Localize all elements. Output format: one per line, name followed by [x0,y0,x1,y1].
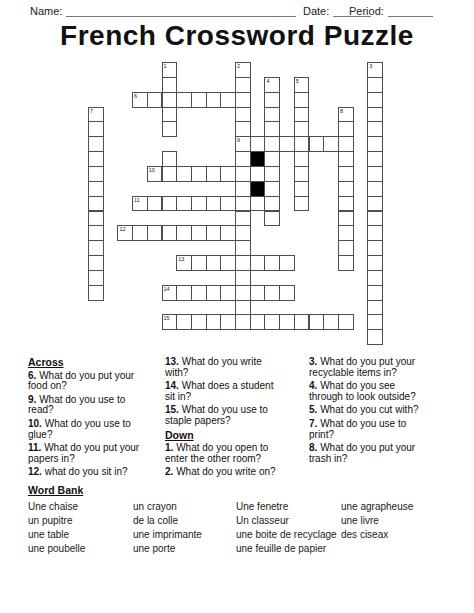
grid-cell[interactable] [88,211,104,227]
grid-cell[interactable] [294,181,310,197]
grid-cell[interactable] [191,166,207,182]
grid-cell[interactable]: 12 [117,225,133,241]
grid-cell[interactable] [176,196,192,212]
grid-cell[interactable] [220,196,236,212]
grid-cell[interactable] [294,151,310,167]
grid-cell[interactable] [88,240,104,256]
cell-number: 5 [296,78,299,84]
grid-cell[interactable] [206,166,222,182]
cell-number: 11 [134,197,140,203]
grid-cell[interactable] [235,255,251,271]
grid-cell[interactable] [264,314,280,330]
grid-cell[interactable] [264,121,280,137]
grid-cell[interactable]: 15 [162,314,178,330]
grid-cell[interactable] [367,181,383,197]
cell-number: 1 [164,63,167,69]
grid-cell[interactable] [264,151,280,167]
clue-number: 9. [28,394,39,405]
grid-cell[interactable] [176,225,192,241]
clue-item-11: 11. What do you put your papers in? [28,443,144,464]
clue-number: 3. [309,356,320,367]
grid-cell[interactable] [235,196,251,212]
grid-cell[interactable] [264,136,280,152]
clue-column-1: Across6. What do you put your food on?9.… [28,357,144,481]
grid-cell[interactable] [294,196,310,212]
clue-item-5: 5. What do you cut with? [309,405,431,416]
grid-cell[interactable]: 9 [235,136,251,152]
name-label: Name: [30,5,62,17]
grid-cell[interactable] [235,77,251,93]
grid-cell[interactable] [367,285,383,301]
grid-cell[interactable]: 8 [338,107,354,123]
grid-cell[interactable] [162,77,178,93]
word-bank-column-1: Une chaiseun pupitreune tableune poubell… [28,500,133,556]
clue-number: 14. [165,380,182,391]
clue-item-2: 2. What do you write on? [165,467,279,478]
grid-cell[interactable] [88,225,104,241]
grid-cell[interactable] [250,196,266,212]
grid-cell[interactable] [294,121,310,137]
clue-item-12: 12. what do you sit in? [28,467,144,478]
grid-cell[interactable] [279,285,295,301]
clue-column-3: 3. What do you put your recyclable items… [309,357,431,467]
grid-cell[interactable] [88,121,104,137]
grid-cell[interactable]: 1 [162,62,178,78]
grid-cell[interactable] [88,255,104,271]
grid-cell[interactable] [338,314,354,330]
grid-cell[interactable] [162,225,178,241]
crossword-grid: 123456789101112131415 [88,62,382,345]
grid-cell[interactable] [220,255,236,271]
grid-cell[interactable] [162,151,178,167]
clue-item-8: 8. What do you put your trash in? [309,443,431,464]
grid-cell[interactable] [191,285,207,301]
grid-cell[interactable]: 14 [162,285,178,301]
worksheet-page: Name: Date: Period: French Crossword Puz… [0,0,474,613]
word-bank-item: une imprimante [133,528,236,542]
clue-number: 11. [28,442,44,453]
grid-cell[interactable] [147,92,163,108]
word-bank-item: un crayon [133,500,236,514]
word-bank-item: une livre [341,514,471,528]
grid-cell[interactable] [294,166,310,182]
grid-cell[interactable] [250,314,266,330]
word-bank-item: des ciseax [341,528,471,542]
grid-cell[interactable] [235,107,251,123]
grid-cell[interactable] [220,225,236,241]
grid-cell[interactable] [162,166,178,182]
grid-cell[interactable] [279,314,295,330]
word-bank-item: Une fenetre [236,500,341,514]
grid-cell[interactable] [338,166,354,182]
clue-item-14: 14. What does a student sit in? [165,381,279,402]
grid-cell[interactable] [162,196,178,212]
grid-cell[interactable] [367,107,383,123]
clue-number: 6. [28,370,39,381]
clue-header-across: Across [28,357,144,368]
grid-cell[interactable] [235,151,251,167]
grid-cell[interactable] [220,285,236,301]
grid-cell[interactable] [264,211,280,227]
cell-number: 2 [237,63,240,69]
grid-cell[interactable] [309,136,325,152]
grid-cell[interactable]: 6 [132,92,148,108]
grid-cell[interactable] [235,92,251,108]
grid-cell[interactable] [367,166,383,182]
name-blank-line[interactable] [66,5,296,17]
grid-cell[interactable] [147,225,163,241]
grid-cell[interactable] [235,121,251,137]
word-bank-column-2: un crayonde la colleune imprimanteune po… [133,500,236,556]
grid-cell[interactable] [191,225,207,241]
clue-number: 13. [165,356,182,367]
grid-cell[interactable] [338,196,354,212]
grid-cell[interactable]: 5 [294,77,310,93]
grid-cell[interactable] [338,121,354,137]
cell-number: 15 [164,315,170,321]
grid-cell[interactable]: 3 [367,62,383,78]
grid-cell[interactable] [235,181,251,197]
clue-item-15: 15. What do you use to staple papers? [165,405,279,426]
grid-cell[interactable] [176,166,192,182]
grid-cell[interactable] [367,240,383,256]
word-bank-item: de la colle [133,514,236,528]
grid-cell[interactable] [206,255,222,271]
period-label: Period: [349,5,384,17]
cell-number: 13 [178,256,184,262]
grid-cell[interactable] [367,196,383,212]
clue-number: 15. [165,404,182,415]
grid-cell[interactable]: 7 [88,107,104,123]
grid-cell[interactable] [176,314,192,330]
word-bank-item: une boite de recyclage [236,528,341,542]
clue-number: 2. [165,466,176,477]
clue-item-3: 3. What do you put your recyclable items… [309,357,431,378]
cell-number: 3 [369,63,372,69]
grid-cell[interactable] [367,92,383,108]
grid-cell[interactable] [338,181,354,197]
grid-cell[interactable] [235,314,251,330]
grid-cell[interactable] [264,107,280,123]
grid-cell[interactable] [367,314,383,330]
grid-cell[interactable]: 11 [132,196,148,212]
grid-cell[interactable]: 13 [176,255,192,271]
grid-cell[interactable] [264,166,280,182]
grid-cell[interactable] [323,314,339,330]
clue-item-1: 1. What do you open to enter the other r… [165,443,279,464]
grid-cell[interactable] [338,240,354,256]
clue-number: 7. [309,418,320,429]
clue-column-2: 13. What do you write with?14. What does… [165,357,279,481]
word-bank-item: Un classeur [236,514,341,528]
grid-cell[interactable] [220,314,236,330]
grid-cell[interactable] [338,255,354,271]
date-label: Date: [303,5,329,17]
grid-cell[interactable]: 10 [147,166,163,182]
page-title: French Crossword Puzzle [0,20,474,52]
clue-number: 12. [28,466,45,477]
grid-cell[interactable] [279,255,295,271]
grid-cell[interactable] [88,166,104,182]
grid-cell[interactable] [206,196,222,212]
grid-cell[interactable] [176,285,192,301]
clue-number: 5. [309,404,320,415]
clue-item-6: 6. What do you put your food on? [28,371,144,392]
grid-cell[interactable] [250,255,266,271]
grid-cell[interactable] [162,121,178,137]
word-bank-item: une poubelle [28,542,133,556]
clue-item-9: 9. What do you use to read? [28,395,144,416]
grid-cell[interactable] [235,225,251,241]
grid-cell[interactable] [367,121,383,137]
grid-cell[interactable] [294,92,310,108]
clue-item-7: 7. What do you use to print? [309,419,431,440]
clue-item-13: 13. What do you write with? [165,357,279,378]
grid-cell[interactable] [235,300,251,316]
cell-number: 10 [149,167,155,173]
period-field: Period: [349,5,433,17]
grid-cell[interactable] [264,92,280,108]
grid-cell[interactable] [147,196,163,212]
cell-number: 4 [266,78,269,84]
grid-cell[interactable] [250,285,266,301]
grid-cell[interactable] [88,196,104,212]
grid-cell[interactable] [309,314,325,330]
grid-cell[interactable] [264,285,280,301]
grid-cell[interactable] [88,151,104,167]
clue-header-down: Down [165,430,279,441]
grid-cell[interactable] [88,136,104,152]
grid-cell[interactable] [264,255,280,271]
grid-cell[interactable] [191,255,207,271]
grid-cell[interactable] [250,166,266,182]
grid-cell[interactable] [279,136,295,152]
grid-cell[interactable] [191,196,207,212]
grid-cell[interactable] [338,211,354,227]
clue-number: 10. [28,418,45,429]
word-bank-item: une feuille de papier [236,542,341,556]
grid-cell[interactable] [191,314,207,330]
grid-cell[interactable] [367,77,383,93]
grid-cell[interactable] [162,92,178,108]
grid-cell[interactable] [88,181,104,197]
grid-cell[interactable]: 4 [264,77,280,93]
clue-number: 1. [165,442,176,453]
grid-cell-black [250,151,266,167]
grid-cell[interactable] [88,270,104,286]
grid-cell[interactable] [323,136,339,152]
grid-cell[interactable] [206,314,222,330]
grid-cell[interactable] [264,196,280,212]
grid-cell[interactable] [88,285,104,301]
grid-cell[interactable] [367,329,383,345]
grid-cell[interactable] [367,255,383,271]
cell-number: 14 [164,286,170,292]
period-blank-line[interactable] [388,5,433,17]
grid-cell[interactable] [191,92,207,108]
grid-cell-black [250,181,266,197]
grid-cell[interactable] [250,136,266,152]
grid-cell[interactable] [338,225,354,241]
cell-number: 12 [119,226,125,232]
word-bank: Une chaiseun pupitreune tableune poubell… [28,500,471,556]
word-bank-column-3: Une fenetreUn classeurune boite de recyc… [236,500,341,556]
clue-number: 8. [309,442,320,453]
grid-cell[interactable] [338,151,354,167]
grid-cell[interactable] [206,92,222,108]
grid-cell[interactable] [176,92,192,108]
grid-cell[interactable] [367,270,383,286]
cell-number: 9 [237,137,240,143]
word-bank-item: Une chaise [28,500,133,514]
grid-cell[interactable] [235,285,251,301]
cell-number: 8 [340,108,343,114]
grid-cell[interactable] [162,107,178,123]
grid-cell[interactable] [294,136,310,152]
word-bank-item: un pupitre [28,514,133,528]
grid-cell[interactable] [220,92,236,108]
name-field: Name: [30,5,296,17]
grid-cell[interactable] [367,300,383,316]
grid-cell[interactable]: 2 [235,62,251,78]
grid-cell[interactable] [338,136,354,152]
grid-cell[interactable] [235,240,251,256]
grid-cell[interactable] [264,181,280,197]
word-bank-item: une table [28,528,133,542]
grid-cell[interactable] [132,225,148,241]
grid-cell[interactable] [367,151,383,167]
grid-cell[interactable] [367,136,383,152]
grid-cell[interactable] [206,225,222,241]
grid-cell[interactable] [235,270,251,286]
grid-cell[interactable] [235,211,251,227]
clue-number: 4. [309,380,320,391]
word-bank-header: Word Bank [28,484,83,496]
grid-cell[interactable] [294,314,310,330]
cell-number: 7 [90,108,93,114]
grid-cell[interactable] [206,285,222,301]
grid-cell[interactable] [367,225,383,241]
cell-number: 6 [134,93,137,99]
word-bank-item: une agrapheuse [341,500,471,514]
word-bank-column-4: une agrapheuseune livredes ciseax [341,500,471,556]
grid-cell[interactable] [235,166,251,182]
clue-item-4: 4. What do you see through to look outsi… [309,381,431,402]
grid-cell[interactable] [294,107,310,123]
grid-cell[interactable] [367,211,383,227]
clue-item-10: 10. What do you use to glue? [28,419,144,440]
grid-cell[interactable] [220,166,236,182]
word-bank-item: une porte [133,542,236,556]
